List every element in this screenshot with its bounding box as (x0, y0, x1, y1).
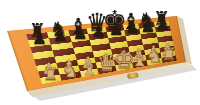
square-h1 (161, 55, 176, 62)
square-d1 (98, 65, 117, 73)
product-photo-stage: ♜♞♝♛♚♝♞♜♟♟♟♟♟♟♟♟♟♟♟♟♟♟♟♟♜♞♝♛♚♝♞♜ (0, 0, 200, 105)
square-g1 (147, 58, 163, 65)
square-f1 (131, 60, 148, 68)
square-e1 (115, 63, 133, 71)
